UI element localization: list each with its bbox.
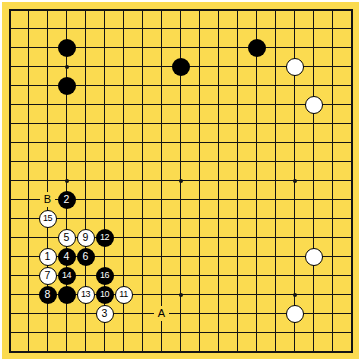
point-label-A: A [154, 306, 169, 321]
go-board: 12345678910111213141516 AB [0, 0, 361, 361]
labels-layer: AB [0, 0, 361, 361]
page: 12345678910111213141516 AB [0, 0, 361, 361]
point-label-B: B [40, 192, 55, 207]
